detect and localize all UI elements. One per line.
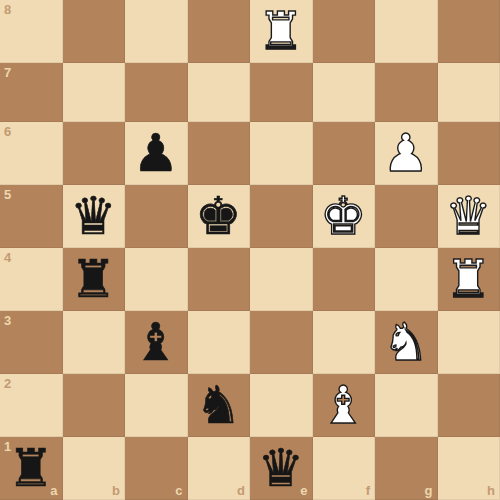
square-a4[interactable]: 4 [0,248,63,311]
square-b8[interactable] [63,0,126,63]
square-c8[interactable] [125,0,188,63]
square-h6[interactable] [438,122,500,185]
square-a6[interactable]: 6 [0,122,63,185]
square-d1[interactable]: d [188,437,251,500]
square-d6[interactable] [188,122,251,185]
square-g5[interactable] [375,185,438,248]
square-e2[interactable] [250,374,313,437]
square-d3[interactable] [188,311,251,374]
chess-board: 8♜76♟♟5♛♚♚♛4♜♜3♝♞2♞♝1a♜bcde♛fgh [0,0,500,500]
square-g3[interactable]: ♞ [375,311,438,374]
file-label-g: g [425,484,433,497]
piece-white-queen-h5[interactable]: ♛ [445,185,492,247]
file-label-d: d [237,484,245,497]
square-d7[interactable] [188,63,251,122]
piece-black-rook-b4[interactable]: ♜ [70,248,117,310]
rank-label-4: 4 [4,251,11,264]
square-e6[interactable] [250,122,313,185]
square-b6[interactable] [63,122,126,185]
square-e8[interactable]: ♜ [250,0,313,63]
square-g1[interactable]: g [375,437,438,500]
file-label-c: c [175,484,182,497]
rank-label-3: 3 [4,314,11,327]
piece-black-knight-d2[interactable]: ♞ [195,374,242,436]
piece-white-king-f5[interactable]: ♚ [320,185,367,247]
piece-black-pawn-c6[interactable]: ♟ [132,122,179,184]
square-h4[interactable]: ♜ [438,248,500,311]
square-f8[interactable] [313,0,376,63]
square-h1[interactable]: h [438,437,500,500]
square-e5[interactable] [250,185,313,248]
rank-label-8: 8 [4,3,11,16]
square-f6[interactable] [313,122,376,185]
square-e7[interactable] [250,63,313,122]
square-b5[interactable]: ♛ [63,185,126,248]
piece-white-rook-h4[interactable]: ♜ [445,248,492,310]
square-b4[interactable]: ♜ [63,248,126,311]
piece-black-queen-e1[interactable]: ♛ [257,437,304,499]
file-label-h: h [487,484,495,497]
square-d8[interactable] [188,0,251,63]
rank-label-7: 7 [4,66,11,79]
file-label-f: f [366,484,370,497]
square-a3[interactable]: 3 [0,311,63,374]
rank-label-5: 5 [4,188,11,201]
square-f7[interactable] [313,63,376,122]
square-b7[interactable] [63,63,126,122]
piece-black-king-d5[interactable]: ♚ [195,185,242,247]
square-g4[interactable] [375,248,438,311]
piece-white-pawn-g6[interactable]: ♟ [382,122,429,184]
piece-white-bishop-f2[interactable]: ♝ [320,374,367,436]
square-b3[interactable] [63,311,126,374]
square-g8[interactable] [375,0,438,63]
square-a1[interactable]: 1a♜ [0,437,63,500]
piece-white-rook-e8[interactable]: ♜ [257,0,304,62]
square-d4[interactable] [188,248,251,311]
square-g7[interactable] [375,63,438,122]
piece-black-rook-a1[interactable]: ♜ [7,437,54,499]
square-h3[interactable] [438,311,500,374]
square-c3[interactable]: ♝ [125,311,188,374]
square-c1[interactable]: c [125,437,188,500]
piece-black-bishop-c3[interactable]: ♝ [132,311,179,373]
square-c5[interactable] [125,185,188,248]
square-c7[interactable] [125,63,188,122]
rank-label-2: 2 [4,377,11,390]
square-e3[interactable] [250,311,313,374]
square-e1[interactable]: e♛ [250,437,313,500]
square-d2[interactable]: ♞ [188,374,251,437]
square-h7[interactable] [438,63,500,122]
square-f1[interactable]: f [313,437,376,500]
square-a7[interactable]: 7 [0,63,63,122]
square-f5[interactable]: ♚ [313,185,376,248]
square-c2[interactable] [125,374,188,437]
piece-black-queen-b5[interactable]: ♛ [70,185,117,247]
square-d5[interactable]: ♚ [188,185,251,248]
square-h5[interactable]: ♛ [438,185,500,248]
square-a5[interactable]: 5 [0,185,63,248]
square-a8[interactable]: 8 [0,0,63,63]
square-a2[interactable]: 2 [0,374,63,437]
piece-white-knight-g3[interactable]: ♞ [382,311,429,373]
rank-label-6: 6 [4,125,11,138]
square-g2[interactable] [375,374,438,437]
square-f2[interactable]: ♝ [313,374,376,437]
square-f4[interactable] [313,248,376,311]
square-f3[interactable] [313,311,376,374]
square-b2[interactable] [63,374,126,437]
square-e4[interactable] [250,248,313,311]
file-label-b: b [112,484,120,497]
square-g6[interactable]: ♟ [375,122,438,185]
square-c4[interactable] [125,248,188,311]
square-h2[interactable] [438,374,500,437]
square-b1[interactable]: b [63,437,126,500]
square-c6[interactable]: ♟ [125,122,188,185]
square-h8[interactable] [438,0,500,63]
